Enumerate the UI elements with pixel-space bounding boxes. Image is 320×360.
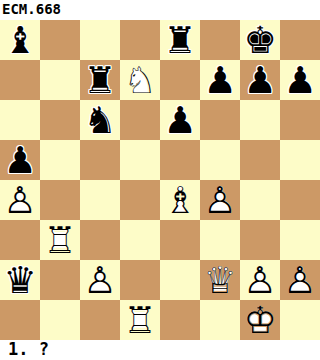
black-bishop: ♝	[0, 20, 40, 60]
chess-board: ♝♜♚♜♞♘♟♟♟♞♟♟♟♙♝♗♟♙♜♖♛♟♙♛♕♟♙♟♙♜♖♚♔	[0, 20, 320, 340]
square-f6[interactable]	[200, 100, 240, 140]
square-c5[interactable]	[80, 140, 120, 180]
square-h4[interactable]	[280, 180, 320, 220]
white-pawn: ♟♙	[0, 180, 40, 220]
square-a5[interactable]: ♟	[0, 140, 40, 180]
square-g6[interactable]	[240, 100, 280, 140]
black-rook: ♜	[80, 60, 120, 100]
black-pawn: ♟	[280, 60, 320, 100]
square-g2[interactable]: ♟♙	[240, 260, 280, 300]
square-e4[interactable]: ♝♗	[160, 180, 200, 220]
square-c2[interactable]: ♟♙	[80, 260, 120, 300]
square-h2[interactable]: ♟♙	[280, 260, 320, 300]
square-f7[interactable]: ♟	[200, 60, 240, 100]
square-d8[interactable]	[120, 20, 160, 60]
square-h3[interactable]	[280, 220, 320, 260]
square-e2[interactable]	[160, 260, 200, 300]
white-pawn: ♟♙	[200, 180, 240, 220]
square-d5[interactable]	[120, 140, 160, 180]
square-a4[interactable]: ♟♙	[0, 180, 40, 220]
square-f3[interactable]	[200, 220, 240, 260]
square-b6[interactable]	[40, 100, 80, 140]
square-h7[interactable]: ♟	[280, 60, 320, 100]
black-pawn: ♟	[160, 100, 200, 140]
square-e3[interactable]	[160, 220, 200, 260]
square-g3[interactable]	[240, 220, 280, 260]
white-pawn: ♟♙	[280, 260, 320, 300]
square-g4[interactable]	[240, 180, 280, 220]
square-b3[interactable]: ♜♖	[40, 220, 80, 260]
white-queen: ♛♕	[200, 260, 240, 300]
square-e5[interactable]	[160, 140, 200, 180]
square-f2[interactable]: ♛♕	[200, 260, 240, 300]
move-prompt: 1. ?	[0, 340, 320, 360]
square-h6[interactable]	[280, 100, 320, 140]
square-e6[interactable]: ♟	[160, 100, 200, 140]
puzzle-title: ECM.668	[0, 0, 320, 20]
square-b7[interactable]	[40, 60, 80, 100]
square-a1[interactable]	[0, 300, 40, 340]
square-f5[interactable]	[200, 140, 240, 180]
white-pawn: ♟♙	[80, 260, 120, 300]
black-rook: ♜	[160, 20, 200, 60]
square-a7[interactable]	[0, 60, 40, 100]
square-e1[interactable]	[160, 300, 200, 340]
square-d3[interactable]	[120, 220, 160, 260]
black-pawn: ♟	[200, 60, 240, 100]
black-pawn: ♟	[0, 140, 40, 180]
white-rook: ♜♖	[120, 300, 160, 340]
square-g8[interactable]: ♚	[240, 20, 280, 60]
black-king: ♚	[240, 20, 280, 60]
black-knight: ♞	[80, 100, 120, 140]
square-d2[interactable]	[120, 260, 160, 300]
square-d7[interactable]: ♞♘	[120, 60, 160, 100]
square-b4[interactable]	[40, 180, 80, 220]
black-queen: ♛	[0, 260, 40, 300]
square-a6[interactable]	[0, 100, 40, 140]
white-rook: ♜♖	[40, 220, 80, 260]
square-b2[interactable]	[40, 260, 80, 300]
square-f4[interactable]: ♟♙	[200, 180, 240, 220]
square-g7[interactable]: ♟	[240, 60, 280, 100]
square-b1[interactable]	[40, 300, 80, 340]
square-a2[interactable]: ♛	[0, 260, 40, 300]
white-bishop: ♝♗	[160, 180, 200, 220]
square-g1[interactable]: ♚♔	[240, 300, 280, 340]
square-c3[interactable]	[80, 220, 120, 260]
square-b5[interactable]	[40, 140, 80, 180]
square-f8[interactable]	[200, 20, 240, 60]
square-e7[interactable]	[160, 60, 200, 100]
square-h1[interactable]	[280, 300, 320, 340]
square-h8[interactable]	[280, 20, 320, 60]
square-g5[interactable]	[240, 140, 280, 180]
square-d1[interactable]: ♜♖	[120, 300, 160, 340]
white-knight: ♞♘	[120, 60, 160, 100]
square-c4[interactable]	[80, 180, 120, 220]
square-e8[interactable]: ♜	[160, 20, 200, 60]
square-c1[interactable]	[80, 300, 120, 340]
square-b8[interactable]	[40, 20, 80, 60]
white-pawn: ♟♙	[240, 260, 280, 300]
square-c7[interactable]: ♜	[80, 60, 120, 100]
square-d4[interactable]	[120, 180, 160, 220]
square-f1[interactable]	[200, 300, 240, 340]
square-c6[interactable]: ♞	[80, 100, 120, 140]
square-a3[interactable]	[0, 220, 40, 260]
square-c8[interactable]	[80, 20, 120, 60]
black-pawn: ♟	[240, 60, 280, 100]
square-a8[interactable]: ♝	[0, 20, 40, 60]
square-h5[interactable]	[280, 140, 320, 180]
white-king: ♚♔	[240, 300, 280, 340]
square-d6[interactable]	[120, 100, 160, 140]
